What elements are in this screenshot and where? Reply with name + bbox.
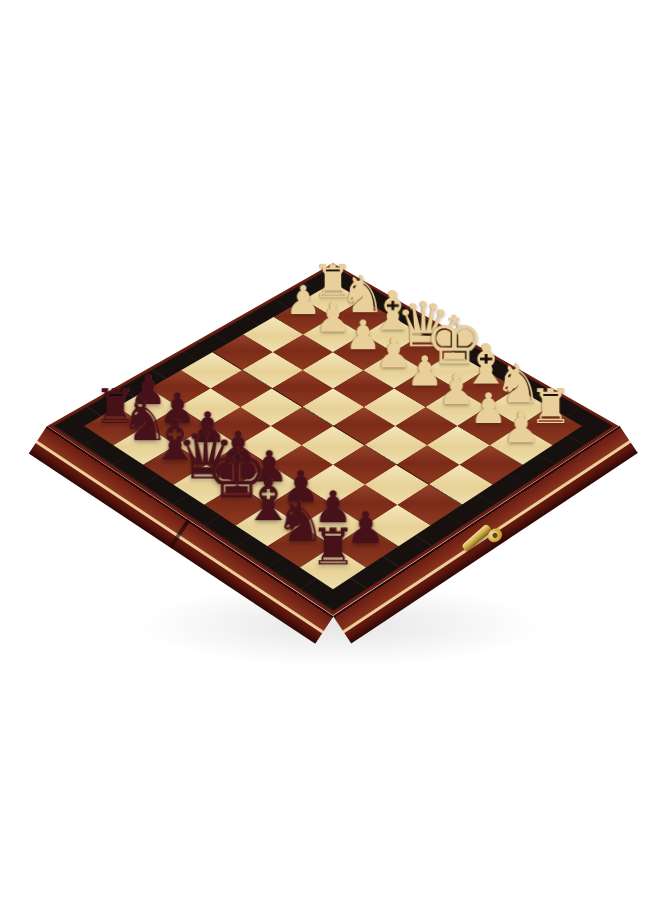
board-rim: ♜♞♝♛♚♝♞♜♟♟♟♟♟♟♟♟♟♟♟♟♟♟♟♟♜♞♝♛♚♝♞♜ <box>47 263 618 615</box>
white-pawn-icon: ♟ <box>502 407 540 449</box>
black-rook-icon: ♜ <box>310 521 356 572</box>
board-squares: ♜♞♝♛♚♝♞♜♟♟♟♟♟♟♟♟♟♟♟♟♟♟♟♟♜♞♝♛♚♝♞♜ <box>84 283 582 589</box>
chess-board: ♜♞♝♛♚♝♞♜♟♟♟♟♟♟♟♟♟♟♟♟♟♟♟♟♜♞♝♛♚♝♞♜ <box>47 263 618 615</box>
square-e4[interactable] <box>333 407 395 445</box>
square-d5[interactable] <box>271 407 333 445</box>
board-frame: ♜♞♝♛♚♝♞♜♟♟♟♟♟♟♟♟♟♟♟♟♟♟♟♟♜♞♝♛♚♝♞♜ <box>53 266 613 611</box>
square-d4[interactable] <box>302 388 364 426</box>
scene: ♜♞♝♛♚♝♞♜♟♟♟♟♟♟♟♟♟♟♟♟♟♟♟♟♜♞♝♛♚♝♞♜ <box>0 0 660 900</box>
